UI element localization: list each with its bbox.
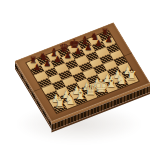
chess-set-product-photo: ♜♞♝♛♚♝♞♜♟♟♟♟♟♟♟♟♟♟♟♟♟♟♟♟♜♞♝♛♚♝♞♜ <box>0 0 160 160</box>
